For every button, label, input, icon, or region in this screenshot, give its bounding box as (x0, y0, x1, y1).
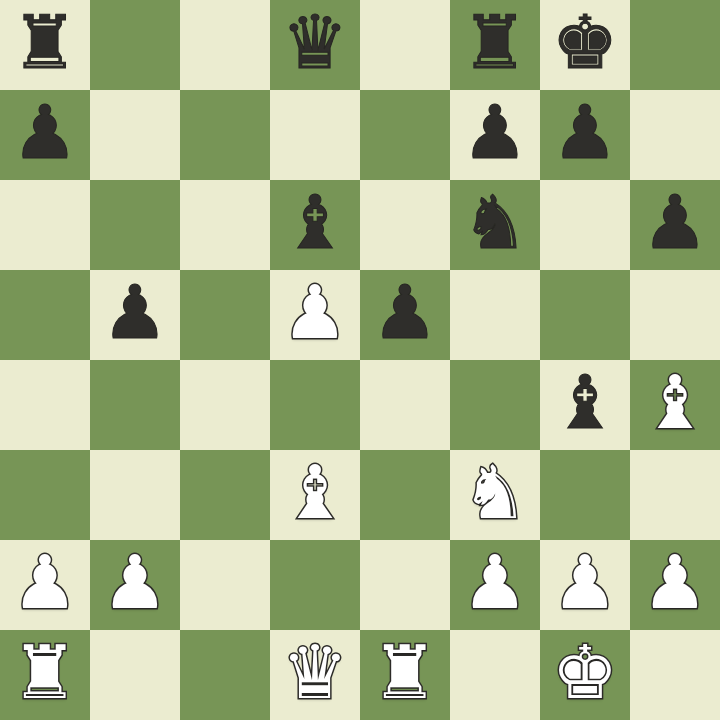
square-h6[interactable]: ♟ (630, 180, 720, 270)
piece-white-pawn[interactable]: ♟ (12, 537, 78, 627)
square-f8[interactable]: ♜ (450, 0, 540, 90)
square-c2[interactable] (180, 540, 270, 630)
square-e8[interactable] (360, 0, 450, 90)
square-c7[interactable] (180, 90, 270, 180)
piece-white-bishop[interactable]: ♝ (642, 357, 708, 447)
piece-black-pawn[interactable]: ♟ (552, 87, 618, 177)
square-b8[interactable] (90, 0, 180, 90)
square-d4[interactable] (270, 360, 360, 450)
piece-black-pawn[interactable]: ♟ (12, 87, 78, 177)
square-d1[interactable]: ♛ (270, 630, 360, 720)
square-b1[interactable] (90, 630, 180, 720)
square-a8[interactable]: ♜ (0, 0, 90, 90)
square-f5[interactable] (450, 270, 540, 360)
square-e2[interactable] (360, 540, 450, 630)
square-h5[interactable] (630, 270, 720, 360)
square-f7[interactable]: ♟ (450, 90, 540, 180)
piece-white-pawn[interactable]: ♟ (552, 537, 618, 627)
piece-black-bishop[interactable]: ♝ (552, 357, 618, 447)
square-b4[interactable] (90, 360, 180, 450)
square-c1[interactable] (180, 630, 270, 720)
piece-black-bishop[interactable]: ♝ (282, 177, 348, 267)
square-f3[interactable]: ♞ (450, 450, 540, 540)
square-a7[interactable]: ♟ (0, 90, 90, 180)
square-d5[interactable]: ♟ (270, 270, 360, 360)
square-d8[interactable]: ♛ (270, 0, 360, 90)
square-h1[interactable] (630, 630, 720, 720)
square-e3[interactable] (360, 450, 450, 540)
piece-black-rook[interactable]: ♜ (12, 0, 78, 87)
square-a1[interactable]: ♜ (0, 630, 90, 720)
square-a5[interactable] (0, 270, 90, 360)
square-f4[interactable] (450, 360, 540, 450)
square-h8[interactable] (630, 0, 720, 90)
piece-black-pawn[interactable]: ♟ (372, 267, 438, 357)
square-d3[interactable]: ♝ (270, 450, 360, 540)
square-g2[interactable]: ♟ (540, 540, 630, 630)
square-b5[interactable]: ♟ (90, 270, 180, 360)
square-c3[interactable] (180, 450, 270, 540)
piece-white-pawn[interactable]: ♟ (642, 537, 708, 627)
square-e6[interactable] (360, 180, 450, 270)
square-f2[interactable]: ♟ (450, 540, 540, 630)
piece-black-knight[interactable]: ♞ (462, 177, 528, 267)
square-c8[interactable] (180, 0, 270, 90)
square-e4[interactable] (360, 360, 450, 450)
square-e7[interactable] (360, 90, 450, 180)
piece-white-king[interactable]: ♚ (552, 627, 618, 717)
square-h3[interactable] (630, 450, 720, 540)
piece-black-queen[interactable]: ♛ (282, 0, 348, 87)
square-d7[interactable] (270, 90, 360, 180)
piece-white-pawn[interactable]: ♟ (462, 537, 528, 627)
square-a6[interactable] (0, 180, 90, 270)
square-g8[interactable]: ♚ (540, 0, 630, 90)
piece-black-rook[interactable]: ♜ (462, 0, 528, 87)
square-b6[interactable] (90, 180, 180, 270)
square-g1[interactable]: ♚ (540, 630, 630, 720)
piece-white-pawn[interactable]: ♟ (102, 537, 168, 627)
piece-white-rook[interactable]: ♜ (12, 627, 78, 717)
square-e5[interactable]: ♟ (360, 270, 450, 360)
square-a2[interactable]: ♟ (0, 540, 90, 630)
piece-white-knight[interactable]: ♞ (462, 447, 528, 537)
piece-black-pawn[interactable]: ♟ (102, 267, 168, 357)
square-b7[interactable] (90, 90, 180, 180)
piece-black-pawn[interactable]: ♟ (642, 177, 708, 267)
square-f6[interactable]: ♞ (450, 180, 540, 270)
square-g7[interactable]: ♟ (540, 90, 630, 180)
square-d6[interactable]: ♝ (270, 180, 360, 270)
square-h2[interactable]: ♟ (630, 540, 720, 630)
square-a3[interactable] (0, 450, 90, 540)
square-h4[interactable]: ♝ (630, 360, 720, 450)
square-g3[interactable] (540, 450, 630, 540)
square-f1[interactable] (450, 630, 540, 720)
square-g5[interactable] (540, 270, 630, 360)
square-b3[interactable] (90, 450, 180, 540)
piece-white-bishop[interactable]: ♝ (282, 447, 348, 537)
square-g6[interactable] (540, 180, 630, 270)
square-d2[interactable] (270, 540, 360, 630)
square-b2[interactable]: ♟ (90, 540, 180, 630)
square-a4[interactable] (0, 360, 90, 450)
piece-white-queen[interactable]: ♛ (282, 627, 348, 717)
chess-board: ♜♛♜♚♟♟♟♝♞♟♟♟♟♝♝♝♞♟♟♟♟♟♜♛♜♚ (0, 0, 720, 720)
square-c5[interactable] (180, 270, 270, 360)
square-h7[interactable] (630, 90, 720, 180)
piece-black-king[interactable]: ♚ (552, 0, 618, 87)
square-e1[interactable]: ♜ (360, 630, 450, 720)
square-c6[interactable] (180, 180, 270, 270)
piece-black-pawn[interactable]: ♟ (462, 87, 528, 177)
piece-white-pawn[interactable]: ♟ (282, 267, 348, 357)
square-c4[interactable] (180, 360, 270, 450)
square-g4[interactable]: ♝ (540, 360, 630, 450)
piece-white-rook[interactable]: ♜ (372, 627, 438, 717)
